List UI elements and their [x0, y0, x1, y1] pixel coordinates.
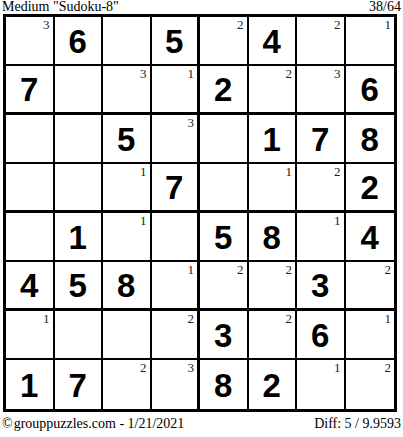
copyright-line: ©grouppuzzles.com - 1/21/2021: [2, 416, 184, 432]
cell-r4c5[interactable]: [200, 164, 249, 213]
cell-r2c4[interactable]: 1: [152, 66, 201, 115]
cell-value: 4: [346, 213, 395, 260]
cell-value: 4: [249, 17, 296, 64]
pencil-mark: 1: [334, 361, 341, 374]
cell-r3c7[interactable]: 7: [297, 115, 346, 164]
cell-r1c3[interactable]: [103, 17, 152, 66]
cell-r6c2[interactable]: 5: [55, 262, 104, 311]
cells-remaining-counter: 38/64: [369, 0, 401, 14]
cell-value: 8: [200, 360, 247, 409]
cell-r5c3[interactable]: 1: [103, 213, 152, 262]
cell-r8c2[interactable]: 7: [55, 360, 104, 409]
sudoku-page: Medium "Sudoku-8" 38/64 3652421731223653…: [0, 0, 403, 437]
pencil-mark: 2: [286, 312, 293, 325]
cell-r4c3[interactable]: 1: [103, 164, 152, 213]
cell-value: 5: [152, 17, 198, 64]
cell-r2c6[interactable]: 2: [249, 66, 298, 115]
cell-r1c2[interactable]: 6: [55, 17, 104, 66]
cell-value: 7: [152, 164, 198, 210]
pencil-mark: 1: [385, 312, 392, 325]
cell-r7c6[interactable]: 2: [249, 311, 298, 360]
cell-r8c4[interactable]: 3: [152, 360, 201, 409]
pencil-mark: 1: [385, 18, 392, 31]
pencil-mark: 2: [286, 263, 293, 276]
cell-r6c4[interactable]: 1: [152, 262, 201, 311]
cell-r3c1[interactable]: [6, 115, 55, 164]
cell-r2c8[interactable]: 6: [346, 66, 395, 115]
cell-value: 1: [55, 213, 102, 260]
cell-r2c1[interactable]: 7: [6, 66, 55, 115]
cell-r6c8[interactable]: 2: [346, 262, 395, 311]
pencil-mark: 2: [385, 263, 392, 276]
header: Medium "Sudoku-8" 38/64: [2, 0, 401, 14]
cell-r2c3[interactable]: 3: [103, 66, 152, 115]
cell-r1c6[interactable]: 4: [249, 17, 298, 66]
cell-r2c5[interactable]: 2: [200, 66, 249, 115]
footer: ©grouppuzzles.com - 1/21/2021 Diff: 5 / …: [2, 416, 401, 432]
copyright-icon: ©: [2, 416, 13, 431]
cell-value: 8: [346, 115, 395, 162]
cell-r3c6[interactable]: 1: [249, 115, 298, 164]
cell-value: 3: [297, 262, 344, 308]
cell-value: 1: [6, 360, 53, 409]
cell-r5c1[interactable]: [6, 213, 55, 262]
cell-r8c1[interactable]: 1: [6, 360, 55, 409]
cell-value: 8: [249, 213, 296, 260]
pencil-mark: 1: [188, 67, 195, 80]
cell-r7c1[interactable]: 1: [6, 311, 55, 360]
cell-r3c8[interactable]: 8: [346, 115, 395, 164]
cell-r5c8[interactable]: 4: [346, 213, 395, 262]
pencil-mark: 2: [237, 18, 244, 31]
cell-r4c2[interactable]: [55, 164, 104, 213]
cell-value: 7: [297, 115, 344, 162]
cell-value: 6: [297, 311, 344, 358]
pencil-mark: 1: [334, 214, 341, 227]
cell-r8c6[interactable]: 2: [249, 360, 298, 409]
cell-r4c6[interactable]: 1: [249, 164, 298, 213]
cell-value: 7: [55, 360, 102, 409]
cell-value: 1: [249, 115, 296, 162]
cell-r3c5[interactable]: [200, 115, 249, 164]
cell-r7c7[interactable]: 6: [297, 311, 346, 360]
pencil-mark: 2: [286, 67, 293, 80]
cell-r1c8[interactable]: 1: [346, 17, 395, 66]
pencil-mark: 1: [188, 263, 195, 276]
cell-r8c8[interactable]: 2: [346, 360, 395, 409]
cell-r5c2[interactable]: 1: [55, 213, 104, 262]
cell-value: 8: [103, 262, 150, 308]
pencil-mark: 2: [237, 263, 244, 276]
pencil-mark: 1: [43, 312, 50, 325]
cell-r1c1[interactable]: 3: [6, 17, 55, 66]
cell-r6c3[interactable]: 8: [103, 262, 152, 311]
pencil-mark: 3: [188, 361, 195, 374]
site-and-date: grouppuzzles.com - 1/21/2021: [14, 416, 185, 431]
difficulty-label: Diff: 5 / 9.9593: [314, 416, 401, 432]
cell-r7c4[interactable]: 2: [152, 311, 201, 360]
cell-r1c5[interactable]: 2: [200, 17, 249, 66]
cell-value: 6: [55, 17, 102, 64]
cell-r5c5[interactable]: 5: [200, 213, 249, 262]
cell-value: 3: [200, 311, 247, 358]
cell-r4c8[interactable]: 2: [346, 164, 395, 213]
cell-value: 2: [249, 360, 296, 409]
cell-r6c5[interactable]: 2: [200, 262, 249, 311]
pencil-mark: 3: [334, 67, 341, 80]
cell-value: 2: [346, 164, 395, 210]
cell-r1c7[interactable]: 2: [297, 17, 346, 66]
cell-value: 5: [55, 262, 102, 308]
cell-r8c3[interactable]: 2: [103, 360, 152, 409]
cell-r5c4[interactable]: [152, 213, 201, 262]
pencil-mark: 2: [334, 18, 341, 31]
cell-r4c1[interactable]: [6, 164, 55, 213]
cell-r7c3[interactable]: [103, 311, 152, 360]
cell-r3c4[interactable]: 3: [152, 115, 201, 164]
cell-value: 2: [200, 66, 247, 112]
pencil-mark: 1: [140, 214, 147, 227]
cell-value: 4: [6, 262, 53, 308]
cell-value: 6: [346, 66, 395, 112]
cell-r4c4[interactable]: 7: [152, 164, 201, 213]
cell-value: 5: [103, 115, 150, 162]
pencil-mark: 1: [140, 165, 147, 178]
cell-r6c1[interactable]: 4: [6, 262, 55, 311]
cell-r7c5[interactable]: 3: [200, 311, 249, 360]
cell-value: 7: [6, 66, 53, 112]
cell-r6c7[interactable]: 3: [297, 262, 346, 311]
cell-r7c2[interactable]: [55, 311, 104, 360]
pencil-mark: 2: [140, 361, 147, 374]
cell-r8c7[interactable]: 1: [297, 360, 346, 409]
pencil-mark: 1: [286, 165, 293, 178]
pencil-mark: 2: [334, 165, 341, 178]
cell-r2c2[interactable]: [55, 66, 104, 115]
pencil-mark: 3: [140, 67, 147, 80]
cell-r5c7[interactable]: 1: [297, 213, 346, 262]
cell-r6c6[interactable]: 2: [249, 262, 298, 311]
cell-r5c6[interactable]: 8: [249, 213, 298, 262]
cell-r4c7[interactable]: 2: [297, 164, 346, 213]
cell-r3c3[interactable]: 5: [103, 115, 152, 164]
cell-r1c4[interactable]: 5: [152, 17, 201, 66]
puzzle-title: Medium "Sudoku-8": [2, 0, 119, 14]
pencil-mark: 3: [43, 18, 50, 31]
cell-r8c5[interactable]: 8: [200, 360, 249, 409]
sudoku-board: 3652421731223653178171221158144581223212…: [3, 14, 397, 412]
pencil-mark: 2: [188, 312, 195, 325]
cell-value: 5: [200, 213, 247, 260]
cell-r7c8[interactable]: 1: [346, 311, 395, 360]
pencil-mark: 2: [385, 361, 392, 374]
pencil-mark: 3: [188, 116, 195, 129]
cell-r2c7[interactable]: 3: [297, 66, 346, 115]
cell-r3c2[interactable]: [55, 115, 104, 164]
